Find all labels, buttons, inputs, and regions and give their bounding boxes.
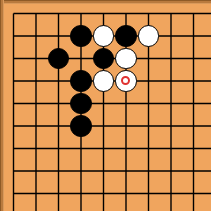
black-stone bbox=[70, 70, 91, 91]
intersection[interactable] bbox=[25, 160, 48, 183]
intersection[interactable] bbox=[47, 160, 70, 183]
intersection[interactable] bbox=[47, 25, 70, 48]
intersection[interactable] bbox=[92, 70, 115, 93]
intersection[interactable] bbox=[182, 115, 205, 138]
intersection[interactable] bbox=[2, 182, 25, 205]
intersection[interactable] bbox=[137, 25, 160, 48]
intersection[interactable] bbox=[137, 160, 160, 183]
intersection[interactable] bbox=[92, 25, 115, 48]
white-stone bbox=[93, 70, 114, 91]
intersection[interactable] bbox=[70, 47, 93, 70]
intersection[interactable] bbox=[70, 182, 93, 205]
intersection[interactable] bbox=[182, 137, 205, 160]
intersection[interactable] bbox=[92, 137, 115, 160]
intersection[interactable] bbox=[115, 115, 138, 138]
intersection[interactable] bbox=[115, 47, 138, 70]
intersection[interactable] bbox=[70, 115, 93, 138]
intersection[interactable] bbox=[137, 92, 160, 115]
intersection[interactable] bbox=[182, 2, 205, 25]
intersection[interactable] bbox=[47, 70, 70, 93]
intersection[interactable] bbox=[160, 92, 183, 115]
intersection[interactable] bbox=[115, 160, 138, 183]
intersection[interactable] bbox=[25, 25, 48, 48]
intersection[interactable] bbox=[182, 182, 205, 205]
intersection[interactable] bbox=[137, 115, 160, 138]
intersection[interactable] bbox=[70, 70, 93, 93]
intersection[interactable] bbox=[92, 182, 115, 205]
intersection[interactable] bbox=[70, 137, 93, 160]
intersection[interactable] bbox=[47, 47, 70, 70]
intersection[interactable] bbox=[25, 70, 48, 93]
white-stone bbox=[115, 48, 136, 69]
intersection[interactable] bbox=[137, 47, 160, 70]
intersection[interactable] bbox=[25, 92, 48, 115]
black-stone bbox=[115, 25, 136, 46]
intersection[interactable] bbox=[182, 47, 205, 70]
intersection[interactable] bbox=[47, 2, 70, 25]
intersection[interactable] bbox=[160, 160, 183, 183]
intersection[interactable] bbox=[137, 137, 160, 160]
intersection[interactable] bbox=[92, 47, 115, 70]
intersection[interactable] bbox=[115, 92, 138, 115]
intersection[interactable] bbox=[2, 25, 25, 48]
intersection[interactable] bbox=[137, 182, 160, 205]
board-frame-left bbox=[0, 0, 4, 211]
intersection[interactable] bbox=[47, 92, 70, 115]
black-stone bbox=[70, 25, 91, 46]
intersection[interactable] bbox=[2, 137, 25, 160]
intersection[interactable] bbox=[92, 160, 115, 183]
intersection[interactable] bbox=[92, 2, 115, 25]
intersection[interactable] bbox=[47, 115, 70, 138]
intersection[interactable] bbox=[70, 2, 93, 25]
intersection[interactable] bbox=[2, 92, 25, 115]
intersection[interactable] bbox=[2, 47, 25, 70]
intersection[interactable] bbox=[160, 70, 183, 93]
intersection[interactable] bbox=[70, 160, 93, 183]
intersection[interactable] bbox=[70, 92, 93, 115]
black-stone bbox=[70, 115, 91, 136]
black-stone bbox=[70, 93, 91, 114]
intersection[interactable] bbox=[25, 182, 48, 205]
intersection[interactable] bbox=[25, 2, 48, 25]
intersection[interactable] bbox=[137, 70, 160, 93]
intersection[interactable] bbox=[160, 137, 183, 160]
white-stone bbox=[93, 25, 114, 46]
intersection[interactable] bbox=[25, 47, 48, 70]
go-board bbox=[0, 0, 211, 211]
intersection[interactable] bbox=[160, 182, 183, 205]
intersection[interactable] bbox=[47, 137, 70, 160]
black-stone bbox=[93, 48, 114, 69]
intersection[interactable] bbox=[137, 2, 160, 25]
intersection-grid bbox=[2, 2, 205, 205]
intersection[interactable] bbox=[2, 70, 25, 93]
intersection[interactable] bbox=[115, 25, 138, 48]
intersection[interactable] bbox=[115, 2, 138, 25]
black-stone bbox=[48, 48, 69, 69]
intersection[interactable] bbox=[160, 25, 183, 48]
intersection[interactable] bbox=[47, 182, 70, 205]
intersection[interactable] bbox=[115, 182, 138, 205]
intersection[interactable] bbox=[2, 2, 25, 25]
intersection[interactable] bbox=[70, 25, 93, 48]
intersection[interactable] bbox=[182, 25, 205, 48]
intersection[interactable] bbox=[115, 137, 138, 160]
intersection[interactable] bbox=[2, 160, 25, 183]
intersection[interactable] bbox=[182, 92, 205, 115]
intersection[interactable] bbox=[160, 115, 183, 138]
intersection[interactable] bbox=[160, 47, 183, 70]
white-stone-marked bbox=[115, 70, 136, 91]
intersection[interactable] bbox=[182, 70, 205, 93]
intersection[interactable] bbox=[160, 2, 183, 25]
white-stone bbox=[138, 25, 159, 46]
intersection[interactable] bbox=[182, 160, 205, 183]
intersection[interactable] bbox=[2, 115, 25, 138]
intersection[interactable] bbox=[25, 137, 48, 160]
intersection[interactable] bbox=[115, 70, 138, 93]
board-frame-top bbox=[0, 0, 211, 4]
intersection[interactable] bbox=[25, 115, 48, 138]
intersection[interactable] bbox=[92, 115, 115, 138]
intersection[interactable] bbox=[92, 92, 115, 115]
circle-marker-icon bbox=[121, 76, 130, 85]
